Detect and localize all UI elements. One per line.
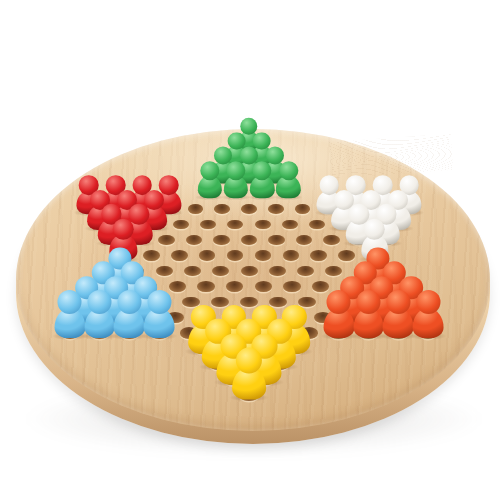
peg-head xyxy=(113,218,134,239)
board-hole[interactable] xyxy=(214,204,230,214)
board-hole[interactable] xyxy=(269,266,286,277)
board-hole[interactable] xyxy=(283,250,300,260)
board-hole[interactable] xyxy=(213,235,229,245)
peg-blue[interactable] xyxy=(114,290,145,338)
peg-green[interactable] xyxy=(276,161,300,199)
board-hole[interactable] xyxy=(227,250,244,260)
peg-head xyxy=(279,161,298,180)
peg-blue[interactable] xyxy=(84,290,115,338)
board-hole[interactable] xyxy=(282,220,298,230)
board-hole[interactable] xyxy=(255,220,271,230)
peg-head xyxy=(147,290,171,314)
board-hole[interactable] xyxy=(325,266,342,277)
peg-orange[interactable] xyxy=(353,290,384,338)
board-hole[interactable] xyxy=(197,281,214,292)
board-hole[interactable] xyxy=(212,266,229,277)
board-hole[interactable] xyxy=(188,204,204,214)
peg-yellow[interactable] xyxy=(232,348,266,400)
board-hole[interactable] xyxy=(255,250,272,260)
board-hole[interactable] xyxy=(268,204,284,214)
peg-head xyxy=(58,290,82,314)
board-hole[interactable] xyxy=(310,250,327,260)
board-hole[interactable] xyxy=(158,235,174,245)
board-hole[interactable] xyxy=(255,281,272,292)
board-hole[interactable] xyxy=(200,220,216,230)
board-hole[interactable] xyxy=(156,266,173,277)
peg-head xyxy=(386,290,410,314)
peg-green[interactable] xyxy=(197,161,221,199)
peg-orange[interactable] xyxy=(413,290,444,338)
board-hole[interactable] xyxy=(184,266,201,277)
board-hole[interactable] xyxy=(226,281,243,292)
board-hole[interactable] xyxy=(283,281,300,292)
peg-head xyxy=(416,290,440,314)
board-hole[interactable] xyxy=(186,235,202,245)
peg-head xyxy=(327,290,351,314)
board-hole[interactable] xyxy=(143,250,160,260)
peg-blue[interactable] xyxy=(144,290,175,338)
peg-green[interactable] xyxy=(250,161,274,199)
board-hole[interactable] xyxy=(296,235,312,245)
peg-head xyxy=(356,290,380,314)
board-hole[interactable] xyxy=(295,204,311,214)
board-hole[interactable] xyxy=(323,235,339,245)
product-photo-stage xyxy=(0,0,500,500)
board-hole[interactable] xyxy=(309,220,325,230)
peg-head xyxy=(88,290,112,314)
pegs-and-holes-layer xyxy=(0,0,500,500)
peg-head xyxy=(226,161,245,180)
board-hole[interactable] xyxy=(241,235,257,245)
peg-orange[interactable] xyxy=(383,290,414,338)
board-hole[interactable] xyxy=(241,204,257,214)
board-hole[interactable] xyxy=(227,220,243,230)
peg-blue[interactable] xyxy=(54,290,85,338)
board-hole[interactable] xyxy=(199,250,216,260)
board-hole[interactable] xyxy=(173,220,189,230)
board-hole[interactable] xyxy=(297,266,314,277)
peg-head xyxy=(253,161,272,180)
board-hole[interactable] xyxy=(268,235,284,245)
board-hole[interactable] xyxy=(338,250,355,260)
peg-green[interactable] xyxy=(224,161,248,199)
peg-head xyxy=(200,161,219,180)
peg-orange[interactable] xyxy=(323,290,354,338)
board-hole[interactable] xyxy=(171,250,188,260)
peg-head xyxy=(364,218,385,239)
peg-head xyxy=(117,290,141,314)
board-hole[interactable] xyxy=(241,266,258,277)
